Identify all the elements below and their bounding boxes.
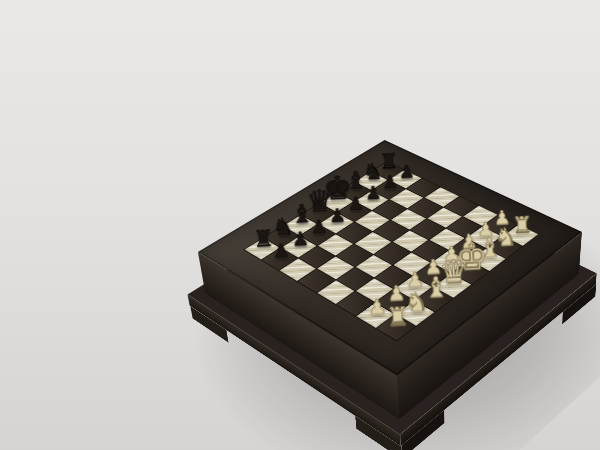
black-pawn[interactable]: ♟ (256, 241, 307, 261)
photo-background: ♜♞♝♛♚♝♞♜♟♟♟♟♟♟♟♟♟♟♟♟♟♟♟♟♜♞♝♛♚♝♞♜ (0, 0, 600, 450)
white-rook[interactable]: ♜ (370, 304, 425, 330)
chess-board-box: ♜♞♝♛♚♝♞♜♟♟♟♟♟♟♟♟♟♟♟♟♟♟♟♟♜♞♝♛♚♝♞♜ (198, 140, 582, 375)
square-a1[interactable]: ♜ (377, 315, 416, 341)
